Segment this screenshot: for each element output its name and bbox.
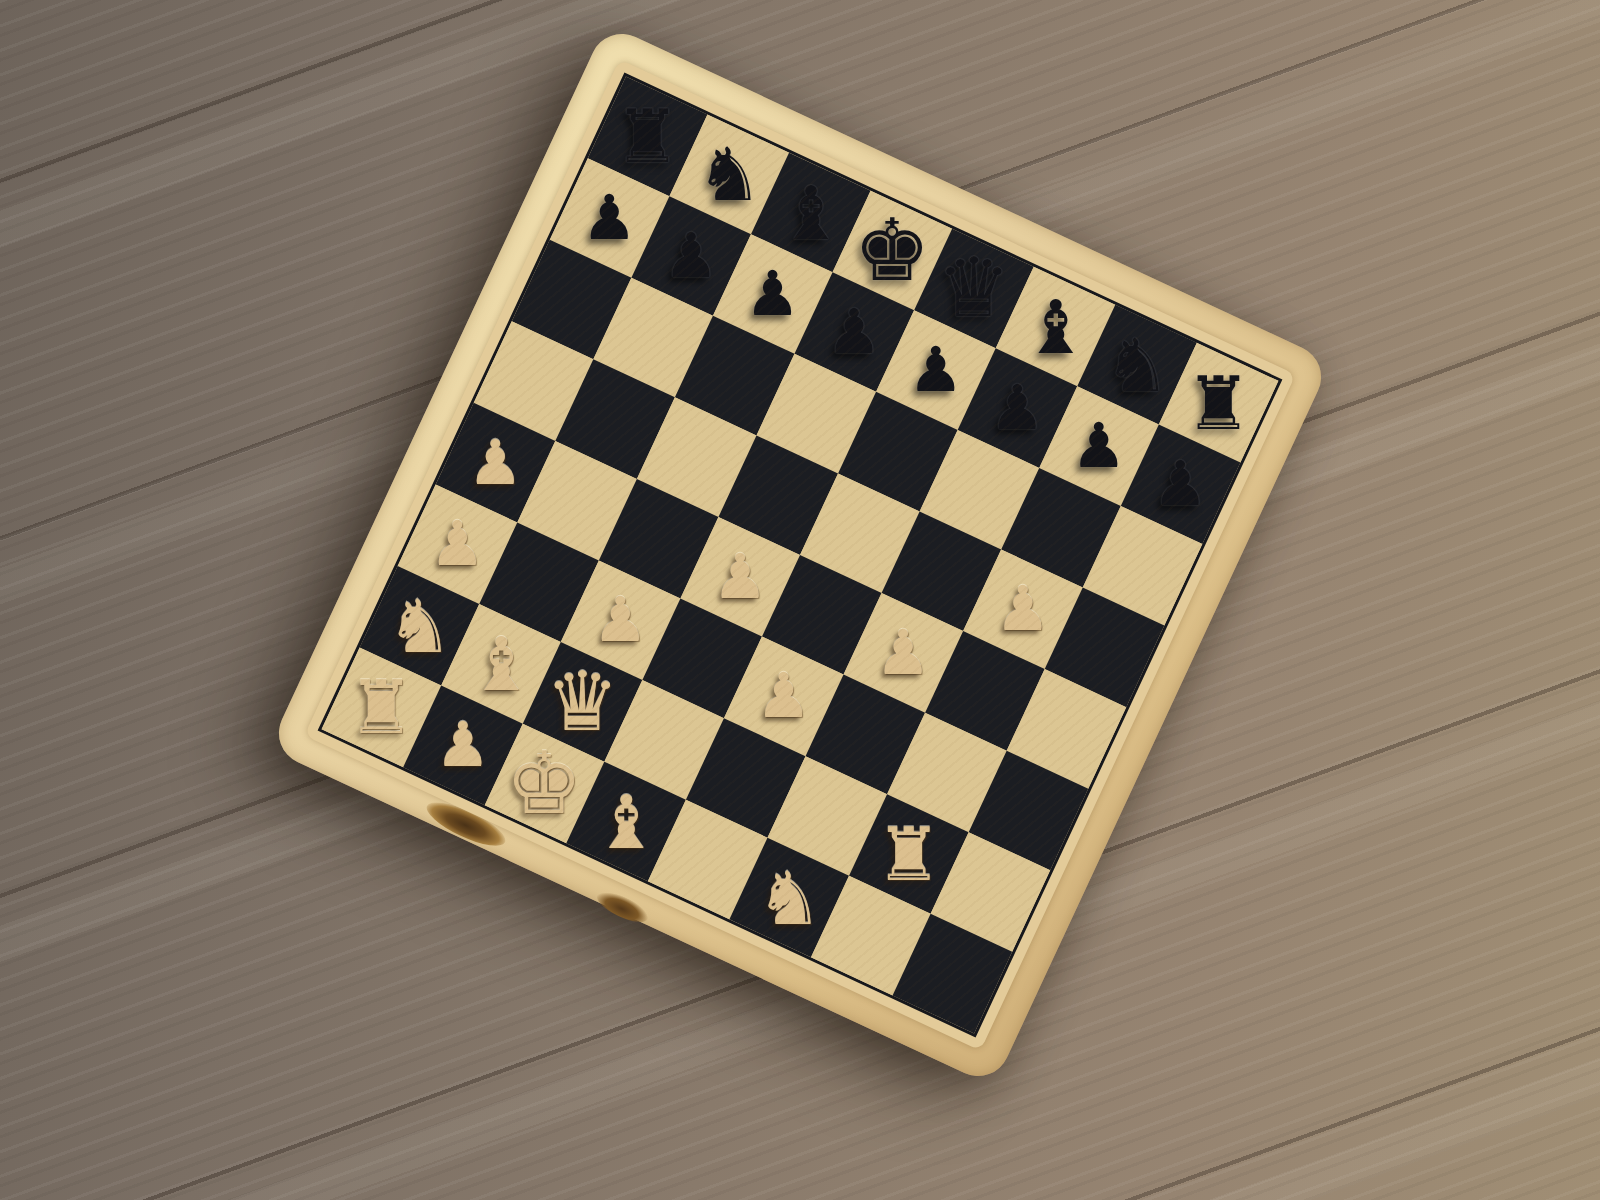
piece-white-pawn-c4: ♟ <box>876 622 932 684</box>
piece-black-knight-g8: ♞ <box>696 137 762 211</box>
piece-black-pawn-c7: ♟ <box>990 377 1046 439</box>
piece-white-pawn-b5: ♟ <box>995 578 1051 640</box>
piece-black-rook-h8: ♜ <box>614 99 680 173</box>
piece-white-knight-h2: ♞ <box>386 589 452 663</box>
piece-white-bishop-g2: ♝ <box>468 627 534 701</box>
piece-white-king-f1: ♚ <box>506 740 583 826</box>
piece-white-pawn-g1: ♟ <box>435 714 491 776</box>
piece-white-pawn-h4: ♟ <box>468 432 524 494</box>
piece-black-queen-d8: ♛ <box>937 248 1011 330</box>
piece-black-pawn-a7: ♟ <box>1153 453 1209 515</box>
board-inner-border: ♜♞♝♚♛♝♞♜♟♟♟♟♟♟♟♟♟♟♟♟♟♟♟♞♝♛♜♜♟♚♝♞ <box>318 73 1283 1038</box>
piece-black-pawn-g7: ♟ <box>663 225 719 287</box>
piece-white-pawn-h3: ♟ <box>430 513 486 575</box>
piece-black-rook-a8: ♜ <box>1185 366 1251 440</box>
piece-black-pawn-h7: ♟ <box>582 187 638 249</box>
piece-black-king-e8: ♚ <box>854 207 931 293</box>
piece-black-bishop-c8: ♝ <box>1022 290 1088 364</box>
piece-white-pawn-f3: ♟ <box>593 589 649 651</box>
piece-black-pawn-b7: ♟ <box>1071 415 1127 477</box>
board-margin: ♜♞♝♚♛♝♞♜♟♟♟♟♟♟♟♟♟♟♟♟♟♟♟♞♝♛♜♜♟♚♝♞ <box>304 59 1295 1050</box>
piece-white-bishop-e1: ♝ <box>593 784 659 858</box>
piece-black-bishop-f8: ♝ <box>778 175 844 249</box>
piece-white-queen-f2: ♛ <box>546 661 620 743</box>
piece-white-knight-c1: ♞ <box>756 861 822 935</box>
piece-white-rook-h1: ♜ <box>348 670 414 744</box>
piece-black-pawn-f7: ♟ <box>745 263 801 325</box>
piece-white-pawn-d3: ♟ <box>756 665 812 727</box>
chess-board: ♜♞♝♚♛♝♞♜♟♟♟♟♟♟♟♟♟♟♟♟♟♟♟♞♝♛♜♜♟♚♝♞ <box>268 23 1331 1086</box>
piece-white-pawn-e4: ♟ <box>712 546 768 608</box>
board-grid: ♜♞♝♚♛♝♞♜♟♟♟♟♟♟♟♟♟♟♟♟♟♟♟♞♝♛♜♜♟♚♝♞ <box>322 77 1279 1034</box>
piece-white-rook-b2: ♜ <box>876 817 942 891</box>
photo-scene: ♜♞♝♚♛♝♞♜♟♟♟♟♟♟♟♟♟♟♟♟♟♟♟♞♝♛♜♜♟♚♝♞ <box>0 0 1600 1200</box>
piece-black-pawn-e7: ♟ <box>827 301 883 363</box>
piece-black-pawn-d7: ♟ <box>908 339 964 401</box>
piece-black-knight-b8: ♞ <box>1104 328 1170 402</box>
